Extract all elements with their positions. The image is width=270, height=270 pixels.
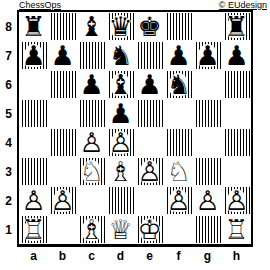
square-h2[interactable]: ♙: [222, 186, 251, 215]
black-pawn-f7: ♟: [166, 41, 190, 70]
square-f1[interactable]: [164, 215, 193, 244]
file-labels: abcdefgh: [19, 248, 251, 264]
square-e4[interactable]: [135, 128, 164, 157]
white-knight-c3: ♘: [79, 157, 103, 186]
square-c7[interactable]: [77, 41, 106, 70]
square-d6[interactable]: ♝: [106, 70, 135, 99]
file-label-a: a: [19, 248, 48, 264]
square-a4[interactable]: [19, 128, 48, 157]
file-label-e: e: [135, 248, 164, 264]
black-bishop-c8: ♝: [79, 12, 103, 41]
square-g6[interactable]: [193, 70, 222, 99]
black-pawn-b7: ♟: [50, 41, 74, 70]
square-f4[interactable]: [164, 128, 193, 157]
square-g5[interactable]: [193, 99, 222, 128]
square-a7[interactable]: ♟: [19, 41, 48, 70]
square-h3[interactable]: [222, 157, 251, 186]
white-pawn-a2: ♙: [21, 186, 45, 215]
square-a3[interactable]: [19, 157, 48, 186]
square-c5[interactable]: [77, 99, 106, 128]
file-label-f: f: [164, 248, 193, 264]
rank-label-6: 6: [0, 70, 17, 99]
square-d8[interactable]: ♛: [106, 12, 135, 41]
square-f7[interactable]: ♟: [164, 41, 193, 70]
black-king-e8: ♚: [137, 12, 161, 41]
square-f5[interactable]: [164, 99, 193, 128]
black-pawn-h7: ♟: [224, 41, 248, 70]
square-e2[interactable]: [135, 186, 164, 215]
black-pawn-c6: ♟: [79, 70, 103, 99]
square-b6[interactable]: [48, 70, 77, 99]
white-pawn-e3: ♙: [137, 157, 161, 186]
square-b5[interactable]: [48, 99, 77, 128]
square-d3[interactable]: ♗: [106, 157, 135, 186]
black-queen-d8: ♛: [108, 12, 132, 41]
square-b3[interactable]: [48, 157, 77, 186]
square-e8[interactable]: ♚: [135, 12, 164, 41]
square-b4[interactable]: [48, 128, 77, 157]
square-f8[interactable]: [164, 12, 193, 41]
black-pawn-g7: ♟: [195, 41, 219, 70]
square-c1[interactable]: ♗: [77, 215, 106, 244]
file-label-g: g: [193, 248, 222, 264]
rank-label-5: 5: [0, 99, 17, 128]
square-d4[interactable]: ♙: [106, 128, 135, 157]
rank-label-7: 7: [0, 41, 17, 70]
white-bishop-c1: ♗: [79, 215, 103, 244]
square-c4[interactable]: ♙: [77, 128, 106, 157]
square-h6[interactable]: [222, 70, 251, 99]
square-a2[interactable]: ♙: [19, 186, 48, 215]
square-a6[interactable]: [19, 70, 48, 99]
square-f6[interactable]: ♞: [164, 70, 193, 99]
rank-label-8: 8: [0, 12, 17, 41]
square-b2[interactable]: ♙: [48, 186, 77, 215]
file-label-d: d: [106, 248, 135, 264]
square-a8[interactable]: ♜: [19, 12, 48, 41]
square-f3[interactable]: ♘: [164, 157, 193, 186]
white-pawn-h2: ♙: [224, 186, 248, 215]
square-g7[interactable]: ♟: [193, 41, 222, 70]
app-title: ChessOps: [19, 0, 61, 10]
black-pawn-a7: ♟: [21, 41, 45, 70]
white-rook-a1: ♖: [21, 215, 45, 244]
white-king-e1: ♔: [137, 215, 161, 244]
white-pawn-c4: ♙: [79, 128, 103, 157]
square-c6[interactable]: ♟: [77, 70, 106, 99]
copyright-text: © EUdesign: [219, 0, 267, 10]
white-pawn-f2: ♙: [166, 186, 190, 215]
square-g4[interactable]: [193, 128, 222, 157]
rank-label-3: 3: [0, 157, 17, 186]
white-queen-d1: ♕: [108, 215, 132, 244]
white-pawn-d4: ♙: [108, 128, 132, 157]
square-e5[interactable]: [135, 99, 164, 128]
square-a5[interactable]: [19, 99, 48, 128]
square-e3[interactable]: ♙: [135, 157, 164, 186]
square-h4[interactable]: [222, 128, 251, 157]
black-rook-a8: ♜: [21, 12, 45, 41]
square-h5[interactable]: [222, 99, 251, 128]
square-e1[interactable]: ♔: [135, 215, 164, 244]
square-c2[interactable]: [77, 186, 106, 215]
white-rook-h1: ♖: [224, 215, 248, 244]
square-c8[interactable]: ♝: [77, 12, 106, 41]
square-d5[interactable]: ♟: [106, 99, 135, 128]
rank-label-2: 2: [0, 186, 17, 215]
white-bishop-d3: ♗: [108, 157, 132, 186]
chess-board: ♜♝♛♚♜♟♟♞♟♟♟♟♝♟♞♟♙♙♘♗♙♘♙♙♙♙♙♖♗♕♔♖: [17, 10, 253, 247]
rank-label-4: 4: [0, 128, 17, 157]
rank-label-1: 1: [0, 215, 17, 244]
square-h1[interactable]: ♖: [222, 215, 251, 244]
square-g2[interactable]: ♙: [193, 186, 222, 215]
black-pawn-e6: ♟: [137, 70, 161, 99]
file-label-b: b: [48, 248, 77, 264]
black-knight-d7: ♞: [108, 41, 132, 70]
square-h8[interactable]: ♜: [222, 12, 251, 41]
file-label-h: h: [222, 248, 251, 264]
square-c3[interactable]: ♘: [77, 157, 106, 186]
black-pawn-d5: ♟: [108, 99, 132, 128]
square-d1[interactable]: ♕: [106, 215, 135, 244]
square-g3[interactable]: [193, 157, 222, 186]
white-pawn-g2: ♙: [195, 186, 219, 215]
file-label-c: c: [77, 248, 106, 264]
square-d2[interactable]: [106, 186, 135, 215]
square-b1[interactable]: [48, 215, 77, 244]
black-rook-h8: ♜: [224, 12, 248, 41]
square-e6[interactable]: ♟: [135, 70, 164, 99]
chess-diagram: ChessOps © EUdesign 87654321 ♜♝♛♚♜♟♟♞♟♟♟…: [0, 0, 270, 270]
square-a1[interactable]: ♖: [19, 215, 48, 244]
square-b8[interactable]: [48, 12, 77, 41]
rank-labels: 87654321: [0, 12, 17, 244]
square-g8[interactable]: [193, 12, 222, 41]
white-pawn-b2: ♙: [50, 186, 74, 215]
square-f2[interactable]: ♙: [164, 186, 193, 215]
square-b7[interactable]: ♟: [48, 41, 77, 70]
square-d7[interactable]: ♞: [106, 41, 135, 70]
square-h7[interactable]: ♟: [222, 41, 251, 70]
black-knight-f6: ♞: [166, 70, 190, 99]
square-e7[interactable]: [135, 41, 164, 70]
black-bishop-d6: ♝: [108, 70, 132, 99]
white-knight-f3: ♘: [166, 157, 190, 186]
square-g1[interactable]: [193, 215, 222, 244]
